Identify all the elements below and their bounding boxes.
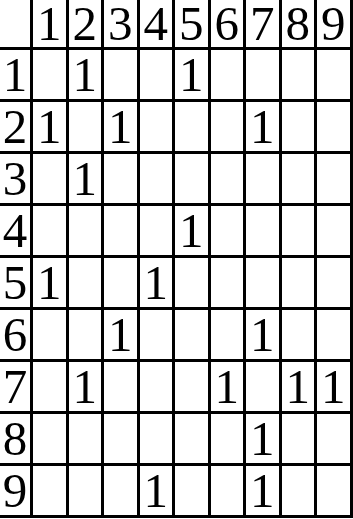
cell-r9-c4: 1 — [140, 466, 176, 518]
cell-r1-c5: 1 — [175, 50, 211, 102]
cell-r8-c6 — [211, 414, 247, 466]
col-header-6: 6 — [211, 0, 247, 50]
cell-r3-c9 — [317, 154, 353, 206]
cell-r6-c7: 1 — [246, 310, 282, 362]
cell-r2-c1: 1 — [33, 102, 69, 154]
cell-r1-c3 — [104, 50, 140, 102]
cell-r2-c5 — [175, 102, 211, 154]
cell-r2-c8 — [282, 102, 318, 154]
row-header-5: 5 — [0, 258, 33, 310]
cell-r5-c8 — [282, 258, 318, 310]
cell-r3-c3 — [104, 154, 140, 206]
cell-r9-c8 — [282, 466, 318, 518]
cell-r5-c4: 1 — [140, 258, 176, 310]
cell-r7-c6: 1 — [211, 362, 247, 414]
cell-r5-c6 — [211, 258, 247, 310]
cell-r7-c3 — [104, 362, 140, 414]
row-header-1: 1 — [0, 50, 33, 102]
cell-r2-c9 — [317, 102, 353, 154]
cell-r1-c4 — [140, 50, 176, 102]
cell-r2-c6 — [211, 102, 247, 154]
col-header-8: 8 — [282, 0, 318, 50]
cell-r5-c2 — [69, 258, 105, 310]
cell-r9-c5 — [175, 466, 211, 518]
cell-r5-c1: 1 — [33, 258, 69, 310]
cell-r7-c5 — [175, 362, 211, 414]
cell-r6-c8 — [282, 310, 318, 362]
cell-r3-c2: 1 — [69, 154, 105, 206]
row-header-8: 8 — [0, 414, 33, 466]
col-header-2: 2 — [69, 0, 105, 50]
cell-r6-c5 — [175, 310, 211, 362]
cell-r1-c7 — [246, 50, 282, 102]
col-header-4: 4 — [140, 0, 176, 50]
cell-r8-c5 — [175, 414, 211, 466]
row-header-9: 9 — [0, 466, 33, 518]
cell-r6-c9 — [317, 310, 353, 362]
cell-r1-c2: 1 — [69, 50, 105, 102]
cell-r6-c4 — [140, 310, 176, 362]
cell-r7-c2: 1 — [69, 362, 105, 414]
cell-r4-c3 — [104, 206, 140, 258]
cell-r9-c1 — [33, 466, 69, 518]
row-header-3: 3 — [0, 154, 33, 206]
cell-r9-c3 — [104, 466, 140, 518]
cell-r5-c3 — [104, 258, 140, 310]
col-header-9: 9 — [317, 0, 353, 50]
row-header-2: 2 — [0, 102, 33, 154]
cell-r2-c7: 1 — [246, 102, 282, 154]
cell-r7-c7 — [246, 362, 282, 414]
cell-r8-c8 — [282, 414, 318, 466]
cell-r8-c4 — [140, 414, 176, 466]
cell-r1-c1 — [33, 50, 69, 102]
row-header-4: 4 — [0, 206, 33, 258]
cell-r6-c1 — [33, 310, 69, 362]
cell-r9-c6 — [211, 466, 247, 518]
col-header-3: 3 — [104, 0, 140, 50]
cell-r4-c9 — [317, 206, 353, 258]
cell-r7-c4 — [140, 362, 176, 414]
cell-r3-c8 — [282, 154, 318, 206]
cell-r8-c2 — [69, 414, 105, 466]
col-header-7: 7 — [246, 0, 282, 50]
row-header-7: 7 — [0, 362, 33, 414]
col-header-1: 1 — [33, 0, 69, 50]
cell-r8-c7: 1 — [246, 414, 282, 466]
cell-r5-c9 — [317, 258, 353, 310]
cell-r4-c7 — [246, 206, 282, 258]
cell-r7-c8: 1 — [282, 362, 318, 414]
cell-r9-c2 — [69, 466, 105, 518]
cell-r8-c9 — [317, 414, 353, 466]
cell-r4-c4 — [140, 206, 176, 258]
cell-r3-c7 — [246, 154, 282, 206]
cell-r4-c5: 1 — [175, 206, 211, 258]
col-header-5: 5 — [175, 0, 211, 50]
cell-r3-c6 — [211, 154, 247, 206]
cell-r9-c7: 1 — [246, 466, 282, 518]
cell-r3-c5 — [175, 154, 211, 206]
cell-r1-c9 — [317, 50, 353, 102]
cell-r7-c1 — [33, 362, 69, 414]
cell-r2-c2 — [69, 102, 105, 154]
cell-r3-c1 — [33, 154, 69, 206]
cell-r4-c6 — [211, 206, 247, 258]
cell-r4-c1 — [33, 206, 69, 258]
binary-matrix-grid: 123456789111211131415116117111181911 — [0, 0, 353, 518]
cell-r1-c8 — [282, 50, 318, 102]
cell-r5-c7 — [246, 258, 282, 310]
cell-r4-c2 — [69, 206, 105, 258]
cell-r4-c8 — [282, 206, 318, 258]
cell-r5-c5 — [175, 258, 211, 310]
cell-r2-c3: 1 — [104, 102, 140, 154]
cell-r6-c3: 1 — [104, 310, 140, 362]
cell-r1-c6 — [211, 50, 247, 102]
cell-r2-c4 — [140, 102, 176, 154]
cell-r7-c9: 1 — [317, 362, 353, 414]
row-header-6: 6 — [0, 310, 33, 362]
cell-r8-c3 — [104, 414, 140, 466]
cell-r3-c4 — [140, 154, 176, 206]
cell-r9-c9 — [317, 466, 353, 518]
corner-cell — [0, 0, 33, 50]
cell-r6-c6 — [211, 310, 247, 362]
cell-r6-c2 — [69, 310, 105, 362]
cell-r8-c1 — [33, 414, 69, 466]
